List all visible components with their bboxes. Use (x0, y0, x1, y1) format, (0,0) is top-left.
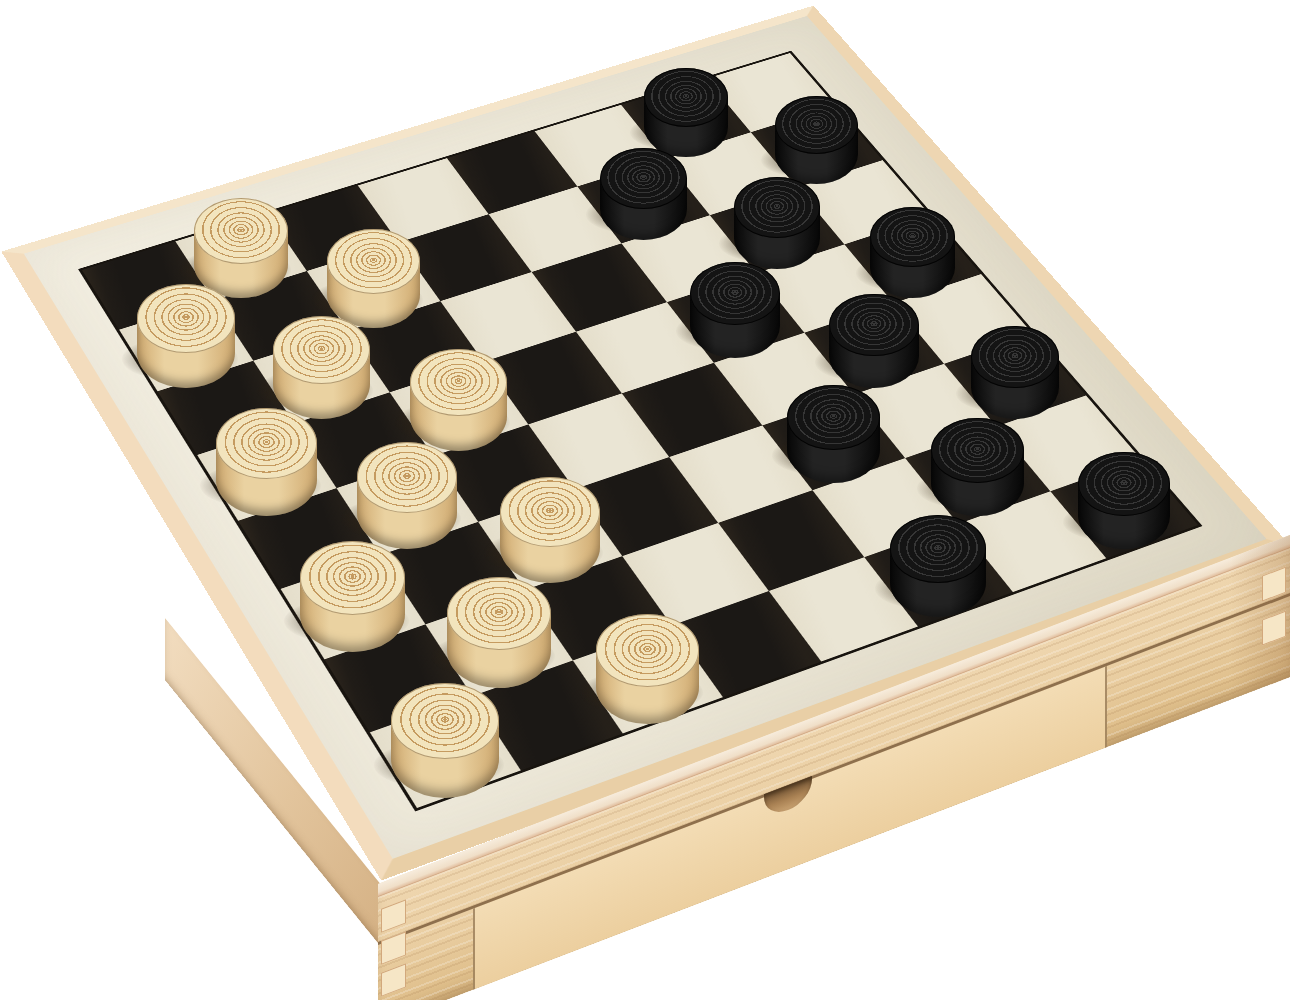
product-photo-stage (0, 0, 1316, 1000)
